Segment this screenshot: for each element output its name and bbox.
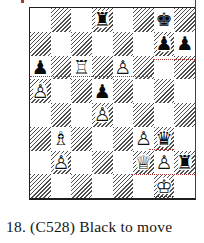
square-g5 — [154, 79, 175, 103]
square-g2: ♙ — [154, 151, 175, 175]
diagram-caption: 18. (C528) Black to move — [6, 218, 172, 236]
black-rook-d8: ♜ — [92, 8, 113, 32]
square-h1 — [174, 174, 195, 198]
square-a1 — [30, 174, 51, 198]
square-h2: ♜ — [174, 151, 195, 175]
square-f8 — [133, 8, 154, 32]
scan-artifact-line-g7h7 — [153, 59, 195, 60]
black-rook-h2: ♜ — [174, 151, 195, 175]
black-queen-g3: ♛ — [154, 127, 175, 151]
diagram-page: ♜♚♟♟♟♖♙♙♟♙♗♙♛♙♕♙♜♔ 18. (C528) Black to m… — [0, 0, 204, 243]
square-f3: ♙ — [133, 127, 154, 151]
square-d1 — [92, 174, 113, 198]
square-g1: ♔ — [154, 174, 175, 198]
square-a3 — [30, 127, 51, 151]
black-pawn-h7: ♟ — [174, 32, 195, 56]
white-king-g1: ♔ — [154, 174, 175, 198]
square-b4 — [51, 103, 72, 127]
white-queen-f2: ♕ — [133, 151, 154, 175]
square-b8 — [51, 8, 72, 32]
square-h3 — [174, 127, 195, 151]
black-pawn-d5: ♟ — [92, 79, 113, 103]
square-g7: ♟ — [154, 32, 175, 56]
scan-artifact-line-g3 — [149, 149, 173, 150]
square-e4 — [113, 103, 134, 127]
white-pawn-b2: ♙ — [51, 151, 72, 175]
square-d4: ♙ — [92, 103, 113, 127]
square-a7 — [30, 32, 51, 56]
square-d3 — [92, 127, 113, 151]
white-pawn-f3: ♙ — [133, 127, 154, 151]
square-a2 — [30, 151, 51, 175]
square-c1 — [71, 174, 92, 198]
square-c8 — [71, 8, 92, 32]
white-pawn-a5: ♙ — [30, 79, 51, 103]
square-h5 — [174, 79, 195, 103]
square-h4 — [174, 103, 195, 127]
square-g3: ♛ — [154, 127, 175, 151]
square-e1 — [113, 174, 134, 198]
square-f7 — [133, 32, 154, 56]
scan-artifact-line-rank6 — [30, 76, 152, 77]
square-d5: ♟ — [92, 79, 113, 103]
square-d8: ♜ — [92, 8, 113, 32]
square-e3 — [113, 127, 134, 151]
square-c2 — [71, 151, 92, 175]
square-c5 — [71, 79, 92, 103]
square-c4 — [71, 103, 92, 127]
square-c7 — [71, 32, 92, 56]
square-g8: ♚ — [154, 8, 175, 32]
square-f5 — [133, 79, 154, 103]
square-g4 — [154, 103, 175, 127]
square-f2: ♕ — [133, 151, 154, 175]
square-b2: ♙ — [51, 151, 72, 175]
square-a8 — [30, 8, 51, 32]
chess-board: ♜♚♟♟♟♖♙♙♟♙♗♙♛♙♕♙♜♔ — [29, 7, 196, 200]
square-h8 — [174, 8, 195, 32]
square-d2 — [92, 151, 113, 175]
square-f4 — [133, 103, 154, 127]
square-e2 — [113, 151, 134, 175]
scan-artifact-line-f2h2 — [131, 174, 195, 175]
square-a5: ♙ — [30, 79, 51, 103]
white-pawn-g2: ♙ — [154, 151, 175, 175]
white-bishop-b3: ♗ — [51, 127, 72, 151]
square-h7: ♟ — [174, 32, 195, 56]
board-grid: ♜♚♟♟♟♖♙♙♟♙♗♙♛♙♕♙♜♔ — [30, 8, 195, 198]
square-f1 — [133, 174, 154, 198]
square-b1 — [51, 174, 72, 198]
square-b7 — [51, 32, 72, 56]
black-king-g8: ♚ — [154, 8, 175, 32]
scan-artifact-dot — [21, 0, 24, 3]
right-border-extension — [195, 0, 196, 8]
black-pawn-g7: ♟ — [154, 32, 175, 56]
square-c3 — [71, 127, 92, 151]
square-d7 — [92, 32, 113, 56]
dotted-base-line-g1 — [154, 196, 173, 197]
square-e8 — [113, 8, 134, 32]
square-a4 — [30, 103, 51, 127]
white-pawn-d4: ♙ — [92, 103, 113, 127]
square-e7 — [113, 32, 134, 56]
square-e5 — [113, 79, 134, 103]
square-b5 — [51, 79, 72, 103]
square-b3: ♗ — [51, 127, 72, 151]
